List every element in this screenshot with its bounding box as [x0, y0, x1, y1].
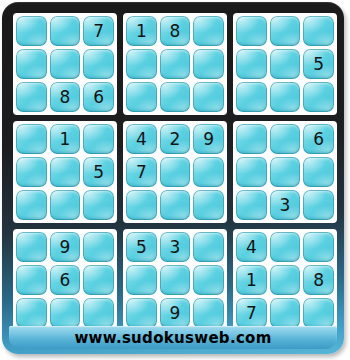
cell-r4c3[interactable] [83, 124, 114, 154]
cell-r2c5[interactable] [160, 49, 191, 79]
cell-r5c7[interactable] [236, 157, 267, 187]
cell-r9c3[interactable] [83, 298, 114, 328]
cell-r7c8[interactable] [270, 232, 301, 262]
cell-r4c9[interactable]: 6 [303, 124, 334, 154]
cell-r1c7[interactable] [236, 16, 267, 46]
cell-r8c1[interactable] [16, 265, 47, 295]
cell-r5c4[interactable]: 7 [126, 157, 157, 187]
cell-r1c5[interactable]: 8 [160, 16, 191, 46]
cell-r9c4[interactable] [126, 298, 157, 328]
cell-r9c2[interactable] [50, 298, 81, 328]
cell-r4c7[interactable] [236, 124, 267, 154]
cell-r5c5[interactable] [160, 157, 191, 187]
cell-r8c3[interactable] [83, 265, 114, 295]
cell-r6c7[interactable] [236, 190, 267, 220]
cell-r6c8[interactable]: 3 [270, 190, 301, 220]
cell-r1c6[interactable] [193, 16, 224, 46]
cell-r8c6[interactable] [193, 265, 224, 295]
cell-r5c9[interactable] [303, 157, 334, 187]
cell-r1c2[interactable] [50, 16, 81, 46]
cell-r9c6[interactable] [193, 298, 224, 328]
box-3-2: 539 [123, 229, 227, 331]
cell-r2c3[interactable] [83, 49, 114, 79]
cell-r4c4[interactable]: 4 [126, 124, 157, 154]
cell-r3c2[interactable]: 8 [50, 82, 81, 112]
cell-r6c4[interactable] [126, 190, 157, 220]
website-link[interactable]: www.sudokusweb.com [74, 329, 271, 347]
sudoku-board: 78618515429763965394187 [13, 13, 337, 331]
cell-r3c8[interactable] [270, 82, 301, 112]
cell-r6c1[interactable] [16, 190, 47, 220]
cell-r8c4[interactable] [126, 265, 157, 295]
cell-r7c1[interactable] [16, 232, 47, 262]
cell-r4c5[interactable]: 2 [160, 124, 191, 154]
cell-r6c5[interactable] [160, 190, 191, 220]
cell-r7c4[interactable]: 5 [126, 232, 157, 262]
cell-r8c9[interactable]: 8 [303, 265, 334, 295]
box-2-1: 15 [13, 121, 117, 223]
box-2-3: 63 [233, 121, 337, 223]
cell-r3c7[interactable] [236, 82, 267, 112]
cell-r1c9[interactable] [303, 16, 334, 46]
cell-r9c7[interactable]: 7 [236, 298, 267, 328]
cell-r7c6[interactable] [193, 232, 224, 262]
cell-r7c7[interactable]: 4 [236, 232, 267, 262]
cell-r4c2[interactable]: 1 [50, 124, 81, 154]
box-1-2: 18 [123, 13, 227, 115]
box-1-1: 786 [13, 13, 117, 115]
cell-r7c5[interactable]: 3 [160, 232, 191, 262]
cell-r2c6[interactable] [193, 49, 224, 79]
cell-r6c9[interactable] [303, 190, 334, 220]
cell-r8c8[interactable] [270, 265, 301, 295]
cell-r4c1[interactable] [16, 124, 47, 154]
cell-r9c9[interactable] [303, 298, 334, 328]
cell-r1c8[interactable] [270, 16, 301, 46]
cell-r5c2[interactable] [50, 157, 81, 187]
board-frame: 78618515429763965394187 www.sudokusweb.c… [2, 2, 344, 354]
cell-r2c4[interactable] [126, 49, 157, 79]
cell-r4c8[interactable] [270, 124, 301, 154]
cell-r2c7[interactable] [236, 49, 267, 79]
cell-r3c3[interactable]: 6 [83, 82, 114, 112]
cell-r5c8[interactable] [270, 157, 301, 187]
box-3-1: 96 [13, 229, 117, 331]
cell-r8c2[interactable]: 6 [50, 265, 81, 295]
box-2-2: 4297 [123, 121, 227, 223]
cell-r2c1[interactable] [16, 49, 47, 79]
cell-r7c9[interactable] [303, 232, 334, 262]
cell-r6c6[interactable] [193, 190, 224, 220]
cell-r3c9[interactable] [303, 82, 334, 112]
cell-r1c3[interactable]: 7 [83, 16, 114, 46]
cell-r6c3[interactable] [83, 190, 114, 220]
cell-r7c3[interactable] [83, 232, 114, 262]
cell-r2c8[interactable] [270, 49, 301, 79]
cell-r2c2[interactable] [50, 49, 81, 79]
cell-r5c1[interactable] [16, 157, 47, 187]
cell-r1c1[interactable] [16, 16, 47, 46]
cell-r9c1[interactable] [16, 298, 47, 328]
cell-r1c4[interactable]: 1 [126, 16, 157, 46]
cell-r5c3[interactable]: 5 [83, 157, 114, 187]
cell-r6c2[interactable] [50, 190, 81, 220]
cell-r8c7[interactable]: 1 [236, 265, 267, 295]
cell-r7c2[interactable]: 9 [50, 232, 81, 262]
cell-r3c6[interactable] [193, 82, 224, 112]
cell-r8c5[interactable] [160, 265, 191, 295]
cell-r3c5[interactable] [160, 82, 191, 112]
cell-r9c8[interactable] [270, 298, 301, 328]
box-1-3: 5 [233, 13, 337, 115]
cell-r3c1[interactable] [16, 82, 47, 112]
box-3-3: 4187 [233, 229, 337, 331]
cell-r2c9[interactable]: 5 [303, 49, 334, 79]
footer-band: www.sudokusweb.com [9, 326, 337, 349]
sudoku-widget: 78618515429763965394187 www.sudokusweb.c… [0, 0, 350, 360]
cell-r4c6[interactable]: 9 [193, 124, 224, 154]
cell-r3c4[interactable] [126, 82, 157, 112]
cell-r9c5[interactable]: 9 [160, 298, 191, 328]
cell-r5c6[interactable] [193, 157, 224, 187]
